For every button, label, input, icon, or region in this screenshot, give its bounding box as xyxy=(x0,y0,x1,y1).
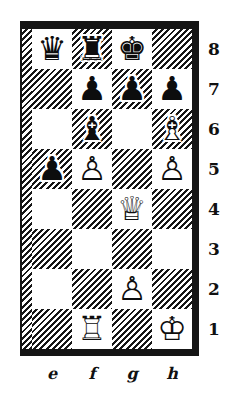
square-e4[interactable] xyxy=(32,189,72,229)
square-g7[interactable]: ♟ xyxy=(112,69,152,109)
piece-white-pawn[interactable]: ♟♙ xyxy=(72,149,112,189)
square-h5[interactable]: ♟♙ xyxy=(152,149,192,189)
square-f4[interactable] xyxy=(72,189,112,229)
square-f8[interactable]: ♜ xyxy=(72,29,112,69)
square-e8[interactable]: ♛ xyxy=(32,29,72,69)
square-f5[interactable]: ♟♙ xyxy=(72,149,112,189)
piece-black-pawn[interactable]: ♟ xyxy=(152,69,192,109)
piece-outline-glyph: ♙ xyxy=(72,149,112,189)
square-g1[interactable] xyxy=(112,309,152,349)
piece-white-queen[interactable]: ♛♕ xyxy=(112,189,152,229)
piece-black-rook[interactable]: ♜ xyxy=(72,29,112,69)
piece-black-bishop[interactable]: ♝ xyxy=(72,109,112,149)
square-h7[interactable]: ♟ xyxy=(152,69,192,109)
piece-white-pawn[interactable]: ♟♙ xyxy=(112,269,152,309)
square-h8[interactable] xyxy=(152,29,192,69)
square-g5[interactable] xyxy=(112,149,152,189)
square-f7[interactable]: ♟ xyxy=(72,69,112,109)
square-f2[interactable] xyxy=(72,269,112,309)
piece-outline-glyph: ♖ xyxy=(72,309,112,349)
square-g8[interactable]: ♚ xyxy=(112,29,152,69)
piece-outline-glyph: ♙ xyxy=(112,269,152,309)
piece-black-king[interactable]: ♚ xyxy=(112,29,152,69)
square-e3[interactable] xyxy=(32,229,72,269)
left-hatch-strip xyxy=(20,29,32,349)
rank-label-4: 4 xyxy=(202,189,226,229)
file-labels: efgh xyxy=(32,364,192,383)
rank-label-1: 1 xyxy=(202,309,226,349)
rank-label-5: 5 xyxy=(202,149,226,189)
chess-board: ♛♜♚♟♟♟♝♝♗♟♟♙♟♙♛♕♟♙♜♖♚♔ xyxy=(32,29,192,349)
rank-label-2: 2 xyxy=(202,269,226,309)
square-h4[interactable] xyxy=(152,189,192,229)
piece-outline-glyph: ♗ xyxy=(152,109,192,149)
chess-diagram: ♛♜♚♟♟♟♝♝♗♟♟♙♟♙♛♕♟♙♜♖♚♔ 87654321 efgh xyxy=(20,21,199,356)
piece-outline-glyph: ♙ xyxy=(152,149,192,189)
rank-labels: 87654321 xyxy=(202,29,226,349)
piece-black-pawn[interactable]: ♟ xyxy=(72,69,112,109)
square-e2[interactable] xyxy=(32,269,72,309)
square-g2[interactable]: ♟♙ xyxy=(112,269,152,309)
square-e5[interactable]: ♟ xyxy=(32,149,72,189)
piece-white-rook[interactable]: ♜♖ xyxy=(72,309,112,349)
file-label-e: e xyxy=(32,364,72,383)
file-label-h: h xyxy=(152,364,192,383)
file-label-g: g xyxy=(112,364,152,383)
piece-outline-glyph: ♔ xyxy=(152,309,192,349)
rank-label-3: 3 xyxy=(202,229,226,269)
piece-white-bishop[interactable]: ♝♗ xyxy=(152,109,192,149)
square-h1[interactable]: ♚♔ xyxy=(152,309,192,349)
rank-label-8: 8 xyxy=(202,29,226,69)
piece-white-pawn[interactable]: ♟♙ xyxy=(152,149,192,189)
square-e1[interactable] xyxy=(32,309,72,349)
square-f1[interactable]: ♜♖ xyxy=(72,309,112,349)
file-label-f: f xyxy=(72,364,112,383)
piece-black-queen[interactable]: ♛ xyxy=(32,29,72,69)
piece-white-king[interactable]: ♚♔ xyxy=(152,309,192,349)
rank-label-7: 7 xyxy=(202,69,226,109)
square-e7[interactable] xyxy=(32,69,72,109)
square-h2[interactable] xyxy=(152,269,192,309)
square-h6[interactable]: ♝♗ xyxy=(152,109,192,149)
piece-black-pawn[interactable]: ♟ xyxy=(112,69,152,109)
square-g6[interactable] xyxy=(112,109,152,149)
square-f3[interactable] xyxy=(72,229,112,269)
piece-outline-glyph: ♕ xyxy=(112,189,152,229)
square-f6[interactable]: ♝ xyxy=(72,109,112,149)
square-g3[interactable] xyxy=(112,229,152,269)
square-h3[interactable] xyxy=(152,229,192,269)
square-e6[interactable] xyxy=(32,109,72,149)
piece-black-pawn[interactable]: ♟ xyxy=(32,149,72,189)
rank-label-6: 6 xyxy=(202,109,226,149)
board-frame: ♛♜♚♟♟♟♝♝♗♟♟♙♟♙♛♕♟♙♜♖♚♔ xyxy=(20,21,199,356)
square-g4[interactable]: ♛♕ xyxy=(112,189,152,229)
